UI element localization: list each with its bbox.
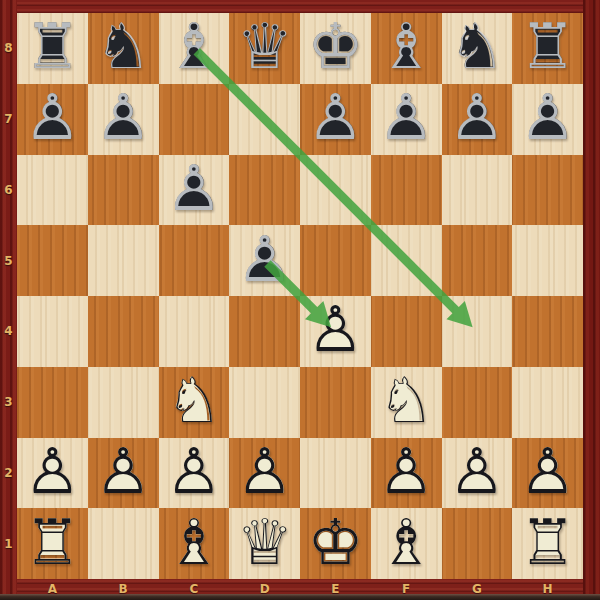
black-knight-g8[interactable]: ♞♘ [442, 13, 513, 84]
square-g8[interactable]: ♞♘ [442, 13, 513, 84]
square-c7[interactable] [159, 84, 230, 155]
square-h6[interactable] [512, 155, 583, 226]
white-pawn-h2[interactable]: ♟♙ [512, 438, 583, 509]
white-knight-c3[interactable]: ♞♘ [159, 367, 230, 438]
square-f4[interactable] [371, 296, 442, 367]
square-f2[interactable]: ♟♙ [371, 438, 442, 509]
board-edge-shadow [0, 594, 600, 600]
square-c8[interactable]: ♝♗ [159, 13, 230, 84]
square-b2[interactable]: ♟♙ [88, 438, 159, 509]
square-e6[interactable] [300, 155, 371, 226]
square-a4[interactable] [17, 296, 88, 367]
square-f8[interactable]: ♝♗ [371, 13, 442, 84]
black-bishop-c8[interactable]: ♝♗ [159, 13, 230, 84]
square-c6[interactable]: ♟♙ [159, 155, 230, 226]
rank-label-3: 3 [0, 395, 17, 409]
square-d6[interactable] [229, 155, 300, 226]
white-queen-d1[interactable]: ♛♕ [229, 508, 300, 579]
square-g2[interactable]: ♟♙ [442, 438, 513, 509]
square-e8[interactable]: ♚♔ [300, 13, 371, 84]
square-a1[interactable]: ♜♖ [17, 508, 88, 579]
white-rook-h1[interactable]: ♜♖ [512, 508, 583, 579]
square-b5[interactable] [88, 225, 159, 296]
square-b4[interactable] [88, 296, 159, 367]
square-a5[interactable] [17, 225, 88, 296]
square-g3[interactable] [442, 367, 513, 438]
square-h2[interactable]: ♟♙ [512, 438, 583, 509]
square-c4[interactable] [159, 296, 230, 367]
square-g5[interactable] [442, 225, 513, 296]
board-frame-right [583, 0, 600, 600]
rank-label-5: 5 [0, 254, 17, 268]
square-h5[interactable] [512, 225, 583, 296]
square-e3[interactable] [300, 367, 371, 438]
square-e4[interactable]: ♟♙ [300, 296, 371, 367]
square-e1[interactable]: ♚♔ [300, 508, 371, 579]
square-e7[interactable]: ♟♙ [300, 84, 371, 155]
white-pawn-e4[interactable]: ♟♙ [300, 296, 371, 367]
square-g1[interactable] [442, 508, 513, 579]
square-d4[interactable] [229, 296, 300, 367]
square-h1[interactable]: ♜♖ [512, 508, 583, 579]
black-pawn-e7[interactable]: ♟♙ [300, 84, 371, 155]
white-bishop-c1[interactable]: ♝♗ [159, 508, 230, 579]
rank-label-7: 7 [0, 112, 17, 126]
square-b6[interactable] [88, 155, 159, 226]
square-f7[interactable]: ♟♙ [371, 84, 442, 155]
square-d5[interactable]: ♟♙ [229, 225, 300, 296]
board-frame-top [0, 0, 600, 13]
white-pawn-b2[interactable]: ♟♙ [88, 438, 159, 509]
chessboard-diagram: ABCDEFGH 87654321 ♜♖♞♘♝♗♛♕♚♔♝♗♞♘♜♖♟♙♟♙♟♙… [0, 0, 600, 600]
black-pawn-d5[interactable]: ♟♙ [229, 225, 300, 296]
square-d2[interactable]: ♟♙ [229, 438, 300, 509]
white-pawn-d2[interactable]: ♟♙ [229, 438, 300, 509]
black-pawn-c6[interactable]: ♟♙ [159, 155, 230, 226]
white-king-e1[interactable]: ♚♔ [300, 508, 371, 579]
rank-label-2: 2 [0, 466, 17, 480]
black-bishop-f8[interactable]: ♝♗ [371, 13, 442, 84]
square-f1[interactable]: ♝♗ [371, 508, 442, 579]
square-c5[interactable] [159, 225, 230, 296]
black-king-e8[interactable]: ♚♔ [300, 13, 371, 84]
black-pawn-b7[interactable]: ♟♙ [88, 84, 159, 155]
square-d7[interactable] [229, 84, 300, 155]
square-b7[interactable]: ♟♙ [88, 84, 159, 155]
square-f6[interactable] [371, 155, 442, 226]
rank-label-6: 6 [0, 183, 17, 197]
square-a8[interactable]: ♜♖ [17, 13, 88, 84]
square-a7[interactable]: ♟♙ [17, 84, 88, 155]
square-b8[interactable]: ♞♘ [88, 13, 159, 84]
square-h4[interactable] [512, 296, 583, 367]
rank-label-1: 1 [0, 537, 17, 551]
white-pawn-f2[interactable]: ♟♙ [371, 438, 442, 509]
square-d1[interactable]: ♛♕ [229, 508, 300, 579]
white-knight-f3[interactable]: ♞♘ [371, 367, 442, 438]
rank-label-4: 4 [0, 324, 17, 338]
square-a6[interactable] [17, 155, 88, 226]
black-rook-a8[interactable]: ♜♖ [17, 13, 88, 84]
black-rook-h8[interactable]: ♜♖ [512, 13, 583, 84]
white-rook-a1[interactable]: ♜♖ [17, 508, 88, 579]
square-b3[interactable] [88, 367, 159, 438]
white-pawn-c2[interactable]: ♟♙ [159, 438, 230, 509]
board-frame-left: 87654321 [0, 0, 17, 600]
black-pawn-f7[interactable]: ♟♙ [371, 84, 442, 155]
square-h7[interactable]: ♟♙ [512, 84, 583, 155]
square-c2[interactable]: ♟♙ [159, 438, 230, 509]
square-g6[interactable] [442, 155, 513, 226]
square-g7[interactable]: ♟♙ [442, 84, 513, 155]
white-bishop-f1[interactable]: ♝♗ [371, 508, 442, 579]
square-h8[interactable]: ♜♖ [512, 13, 583, 84]
square-e5[interactable] [300, 225, 371, 296]
square-a3[interactable] [17, 367, 88, 438]
white-pawn-g2[interactable]: ♟♙ [442, 438, 513, 509]
white-pawn-a2[interactable]: ♟♙ [17, 438, 88, 509]
black-knight-b8[interactable]: ♞♘ [88, 13, 159, 84]
square-f3[interactable]: ♞♘ [371, 367, 442, 438]
square-c1[interactable]: ♝♗ [159, 508, 230, 579]
square-d3[interactable] [229, 367, 300, 438]
square-f5[interactable] [371, 225, 442, 296]
black-queen-d8[interactable]: ♛♕ [229, 13, 300, 84]
black-pawn-h7[interactable]: ♟♙ [512, 84, 583, 155]
square-g4[interactable] [442, 296, 513, 367]
black-pawn-g7[interactable]: ♟♙ [442, 84, 513, 155]
black-pawn-a7[interactable]: ♟♙ [17, 84, 88, 155]
square-e2[interactable] [300, 438, 371, 509]
square-c3[interactable]: ♞♘ [159, 367, 230, 438]
square-h3[interactable] [512, 367, 583, 438]
board-grid: ♜♖♞♘♝♗♛♕♚♔♝♗♞♘♜♖♟♙♟♙♟♙♟♙♟♙♟♙♟♙♟♙♟♙♞♘♞♘♟♙… [17, 13, 583, 579]
square-a2[interactable]: ♟♙ [17, 438, 88, 509]
square-d8[interactable]: ♛♕ [229, 13, 300, 84]
rank-label-8: 8 [0, 41, 17, 55]
square-b1[interactable] [88, 508, 159, 579]
